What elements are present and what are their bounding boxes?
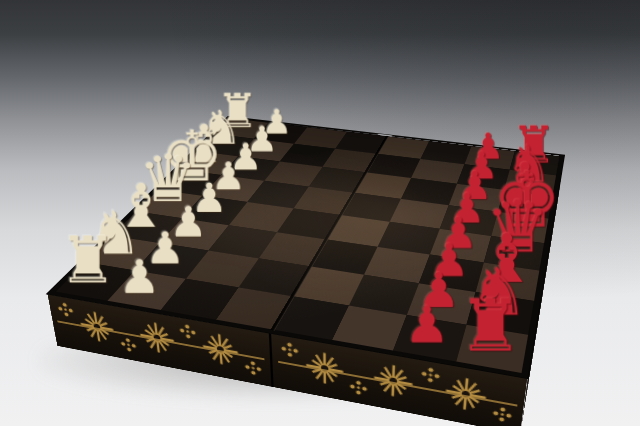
square-b6	[349, 275, 419, 315]
starburst-motif	[200, 329, 241, 372]
square-g6	[411, 159, 464, 184]
photo-scene: ♜♟♟♜♞♟♟♞♝♟♟♝♚♟♟♚♛♟♟♛♝♟♟♝♞♟♟♞♜♟♟♜	[0, 0, 640, 426]
square-d8: ♛	[484, 236, 544, 271]
quatrefoil-motif	[244, 359, 262, 380]
quatrefoil-motif	[281, 340, 299, 362]
square-c6	[364, 247, 430, 283]
square-d7: ♟	[430, 229, 491, 263]
chess-board: ♜♟♟♜♞♟♟♞♝♟♟♝♚♟♟♚♛♟♟♛♝♟♟♝♞♟♟♞♜♟♟♜	[47, 116, 564, 378]
quatrefoil-motif	[178, 322, 196, 343]
square-a7: ♟	[393, 315, 466, 362]
square-f6	[401, 178, 457, 205]
starburst-motif	[304, 348, 345, 392]
quatrefoil-motif	[350, 378, 368, 400]
starburst-motif	[77, 308, 118, 350]
quatrefoil-motif	[57, 301, 76, 322]
piece-red-rook-h8: ♜	[511, 122, 556, 169]
square-d1: ♛	[136, 190, 202, 219]
starburst-motif	[137, 318, 178, 361]
starburst-motif	[373, 360, 416, 405]
quatrefoil-motif	[491, 405, 512, 426]
square-a8: ♜	[456, 325, 528, 373]
starburst-motif	[443, 373, 490, 419]
quatrefoil-motif	[420, 365, 440, 388]
piece-white-queen-d1: ♛	[139, 150, 189, 210]
piece-white-rook-h1: ♜	[216, 90, 258, 133]
piece-red-knight-g8: ♞	[505, 142, 552, 189]
quatrefoil-motif	[120, 336, 138, 357]
piece-white-pawn-b2: ♟	[137, 228, 192, 269]
